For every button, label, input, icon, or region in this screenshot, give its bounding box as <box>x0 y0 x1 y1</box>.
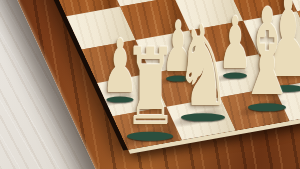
chess-set-photo: ♜ ♞ ♝ ♟ ♟ ♟ ♟ <box>0 0 300 169</box>
white-rook-icon: ♜ <box>123 35 176 141</box>
